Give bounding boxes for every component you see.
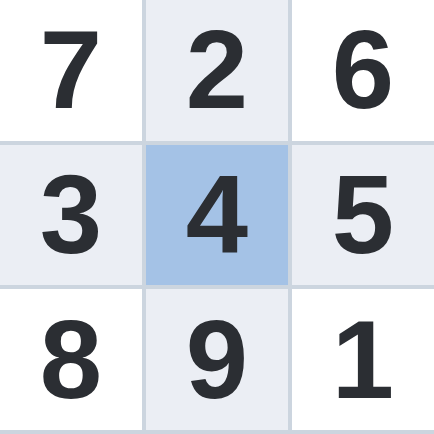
sudoku-board: 7 2 6 3 4 5 8 9 1 xyxy=(0,0,434,434)
cell-r1c0[interactable]: 3 xyxy=(0,145,142,286)
cell-r1c1[interactable]: 4 xyxy=(146,145,288,286)
cell-r0c2[interactable]: 6 xyxy=(292,0,434,141)
grid-line-bottom xyxy=(0,430,434,434)
cell-r2c2[interactable]: 1 xyxy=(292,289,434,430)
cell-r1c2[interactable]: 5 xyxy=(292,145,434,286)
cell-r2c0[interactable]: 8 xyxy=(0,289,142,430)
cell-r0c0[interactable]: 7 xyxy=(0,0,142,141)
cell-r2c1[interactable]: 9 xyxy=(146,289,288,430)
cell-r0c1[interactable]: 2 xyxy=(146,0,288,141)
sudoku-grid: 7 2 6 3 4 5 8 9 1 xyxy=(0,0,434,430)
